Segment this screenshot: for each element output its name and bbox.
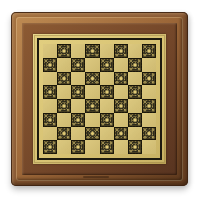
square-e7[interactable] [100, 58, 114, 72]
square-a8[interactable] [43, 44, 57, 58]
square-c5[interactable] [71, 85, 85, 99]
square-h1[interactable] [142, 140, 156, 154]
square-d6[interactable] [85, 72, 99, 86]
square-g6[interactable] [128, 72, 142, 86]
square-d3[interactable] [85, 113, 99, 127]
square-e4[interactable] [100, 99, 114, 113]
square-f5[interactable] [114, 85, 128, 99]
square-f7[interactable] [114, 58, 128, 72]
square-d5[interactable] [85, 85, 99, 99]
square-a2[interactable] [43, 127, 57, 141]
square-b2[interactable] [57, 127, 71, 141]
square-h3[interactable] [142, 113, 156, 127]
square-g8[interactable] [128, 44, 142, 58]
square-e2[interactable] [100, 127, 114, 141]
square-h7[interactable] [142, 58, 156, 72]
square-a3[interactable] [43, 113, 57, 127]
square-e8[interactable] [100, 44, 114, 58]
square-b6[interactable] [57, 72, 71, 86]
border-line [37, 38, 162, 160]
square-c7[interactable] [71, 58, 85, 72]
square-f8[interactable] [114, 44, 128, 58]
square-a5[interactable] [43, 85, 57, 99]
square-d8[interactable] [85, 44, 99, 58]
square-f1[interactable] [114, 140, 128, 154]
square-d7[interactable] [85, 58, 99, 72]
square-g7[interactable] [128, 58, 142, 72]
square-a4[interactable] [43, 99, 57, 113]
square-b4[interactable] [57, 99, 71, 113]
square-b3[interactable] [57, 113, 71, 127]
square-b5[interactable] [57, 85, 71, 99]
square-h2[interactable] [142, 127, 156, 141]
square-c6[interactable] [71, 72, 85, 86]
square-h8[interactable] [142, 44, 156, 58]
square-a1[interactable] [43, 140, 57, 154]
square-d1[interactable] [85, 140, 99, 154]
square-g5[interactable] [128, 85, 142, 99]
square-g1[interactable] [128, 140, 142, 154]
square-g2[interactable] [128, 127, 142, 141]
square-b8[interactable] [57, 44, 71, 58]
square-f6[interactable] [114, 72, 128, 86]
brass-plate [34, 35, 165, 163]
wooden-frame [11, 12, 188, 186]
square-a7[interactable] [43, 58, 57, 72]
square-c3[interactable] [71, 113, 85, 127]
square-f2[interactable] [114, 127, 128, 141]
square-a6[interactable] [43, 72, 57, 86]
square-c4[interactable] [71, 99, 85, 113]
square-e6[interactable] [100, 72, 114, 86]
product-photo [0, 0, 199, 200]
square-f3[interactable] [114, 113, 128, 127]
square-f4[interactable] [114, 99, 128, 113]
square-h6[interactable] [142, 72, 156, 86]
square-d4[interactable] [85, 99, 99, 113]
square-c1[interactable] [71, 140, 85, 154]
square-b1[interactable] [57, 140, 71, 154]
square-c8[interactable] [71, 44, 85, 58]
chess-board [43, 44, 156, 154]
square-g4[interactable] [128, 99, 142, 113]
frame-joint-mark [83, 176, 109, 178]
square-b7[interactable] [57, 58, 71, 72]
square-g3[interactable] [128, 113, 142, 127]
square-e3[interactable] [100, 113, 114, 127]
square-d2[interactable] [85, 127, 99, 141]
square-e1[interactable] [100, 140, 114, 154]
square-c2[interactable] [71, 127, 85, 141]
square-h5[interactable] [142, 85, 156, 99]
square-h4[interactable] [142, 99, 156, 113]
square-e5[interactable] [100, 85, 114, 99]
